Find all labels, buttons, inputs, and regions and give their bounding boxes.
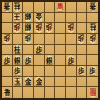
piece-kanji: 歩	[14, 67, 21, 76]
square-1a[interactable]: 香	[87, 2, 98, 13]
piece-gote-lance[interactable]: 香	[2, 2, 11, 12]
square-5g[interactable]	[45, 66, 56, 77]
square-1h[interactable]	[87, 77, 98, 88]
piece-kanji: 香	[3, 2, 10, 11]
piece-kanji: 歩	[25, 34, 32, 43]
square-9d[interactable]: 歩	[2, 34, 13, 45]
piece-kanji: 馬	[57, 3, 64, 12]
square-6d[interactable]	[34, 34, 45, 45]
piece-kanji: 歩	[25, 57, 32, 66]
square-7a[interactable]	[23, 2, 34, 13]
square-2g[interactable]: 歩	[77, 66, 88, 77]
piece-kanji: 歩	[14, 23, 21, 32]
square-9i[interactable]: 香	[2, 87, 13, 98]
square-2h[interactable]	[77, 77, 88, 88]
piece-kanji: 歩	[3, 57, 10, 66]
piece-sente-king[interactable]: 玉	[13, 76, 22, 86]
piece-sente-pawn[interactable]: 歩	[66, 55, 75, 65]
square-8d[interactable]	[13, 34, 24, 45]
piece-sente-silver[interactable]: 銀	[13, 55, 22, 65]
square-5f[interactable]: 銀	[45, 55, 56, 66]
piece-kanji: 玉	[14, 78, 21, 87]
piece-kanji: 桂	[89, 23, 96, 32]
square-4d[interactable]	[55, 34, 66, 45]
piece-sente-knight[interactable]: 桂	[13, 44, 22, 54]
piece-kanji: 金	[25, 78, 32, 87]
square-9c[interactable]	[2, 23, 13, 34]
piece-kanji: 歩	[89, 67, 96, 76]
piece-kanji: 歩	[46, 23, 53, 32]
piece-kanji: 歩	[67, 23, 74, 32]
square-8b[interactable]: 王	[13, 13, 24, 24]
square-5e[interactable]	[45, 45, 56, 56]
piece-gote-pawn[interactable]: 歩	[45, 23, 54, 33]
piece-gote-dragon[interactable]: 龍	[88, 88, 97, 98]
piece-sente-gold[interactable]: 金	[34, 76, 43, 86]
square-6c[interactable]: 歩	[34, 23, 45, 34]
piece-kanji: 銀	[14, 57, 21, 66]
piece-gote-silver[interactable]: 銀	[24, 12, 33, 22]
square-1c[interactable]: 桂	[87, 23, 98, 34]
shogi-board: 香桂馬香王銀金歩銀歩歩歩桂歩歩歩歩桂歩歩銀歩銀歩歩歩歩玉金金香龍	[0, 0, 100, 100]
square-7i[interactable]	[23, 87, 34, 98]
square-4i[interactable]	[55, 87, 66, 98]
square-9h[interactable]	[2, 77, 13, 88]
square-2f[interactable]	[77, 55, 88, 66]
square-3e[interactable]	[66, 45, 77, 56]
piece-kanji: 歩	[78, 34, 85, 43]
square-3d[interactable]	[66, 34, 77, 45]
square-9g[interactable]	[2, 66, 13, 77]
piece-sente-pawn[interactable]: 歩	[77, 66, 86, 76]
piece-gote-gold[interactable]: 金	[34, 12, 43, 22]
piece-sente-horse[interactable]: 馬	[56, 2, 65, 12]
piece-gote-silver[interactable]: 銀	[24, 23, 33, 33]
piece-kanji: 香	[89, 2, 96, 11]
square-2e[interactable]	[77, 45, 88, 56]
square-6b[interactable]: 金	[34, 13, 45, 24]
piece-sente-lance[interactable]: 香	[2, 88, 11, 98]
piece-kanji: 龍	[89, 88, 96, 97]
piece-gote-pawn[interactable]: 歩	[13, 23, 22, 33]
piece-kanji: 歩	[35, 23, 42, 32]
piece-kanji: 歩	[67, 57, 74, 66]
square-3c[interactable]: 歩	[66, 23, 77, 34]
piece-kanji: 王	[14, 12, 21, 21]
square-4f[interactable]	[55, 55, 66, 66]
piece-sente-pawn[interactable]: 歩	[13, 66, 22, 76]
piece-kanji: 銀	[46, 57, 53, 66]
square-6h[interactable]: 金	[34, 77, 45, 88]
square-9b[interactable]	[2, 13, 13, 24]
piece-sente-pawn[interactable]: 歩	[88, 66, 97, 76]
square-3f[interactable]: 歩	[66, 55, 77, 66]
square-8g[interactable]: 歩	[13, 66, 24, 77]
piece-kanji: 香	[3, 89, 10, 98]
square-1g[interactable]: 歩	[87, 66, 98, 77]
square-5i[interactable]	[45, 87, 56, 98]
square-7c[interactable]: 銀	[23, 23, 34, 34]
square-2d[interactable]: 歩	[77, 34, 88, 45]
square-6a[interactable]	[34, 2, 45, 13]
square-7g[interactable]	[23, 66, 34, 77]
piece-kanji: 歩	[78, 67, 85, 76]
piece-kanji: 金	[35, 12, 42, 21]
piece-kanji: 金	[35, 78, 42, 87]
square-3b[interactable]	[66, 13, 77, 24]
square-9e[interactable]	[2, 45, 13, 56]
piece-gote-knight[interactable]: 桂	[13, 2, 22, 12]
square-5h[interactable]	[45, 77, 56, 88]
piece-kanji: 歩	[35, 46, 42, 55]
piece-sente-pawn[interactable]: 歩	[2, 55, 11, 65]
square-3a[interactable]	[66, 2, 77, 13]
piece-sente-gold[interactable]: 金	[24, 76, 33, 86]
square-4g[interactable]	[55, 66, 66, 77]
piece-gote-pawn[interactable]: 歩	[77, 34, 86, 44]
piece-gote-knight[interactable]: 桂	[88, 23, 97, 33]
square-5a[interactable]	[45, 2, 56, 13]
square-8i[interactable]	[13, 87, 24, 98]
square-5d[interactable]	[45, 34, 56, 45]
piece-kanji: 銀	[25, 12, 32, 21]
square-8e[interactable]: 桂	[13, 45, 24, 56]
square-1b[interactable]	[87, 13, 98, 24]
square-1i[interactable]: 龍	[87, 87, 98, 98]
square-6g[interactable]	[34, 66, 45, 77]
piece-sente-silver[interactable]: 銀	[45, 55, 54, 65]
piece-sente-pawn[interactable]: 歩	[34, 44, 43, 54]
piece-kanji: 歩	[3, 34, 10, 43]
piece-kanji: 桂	[14, 2, 21, 11]
square-5c[interactable]: 歩	[45, 23, 56, 34]
square-8h[interactable]: 玉	[13, 77, 24, 88]
square-8c[interactable]: 歩	[13, 23, 24, 34]
square-4e[interactable]	[55, 45, 66, 56]
square-8a[interactable]: 桂	[13, 2, 24, 13]
square-1f[interactable]	[87, 55, 98, 66]
square-4b[interactable]	[55, 13, 66, 24]
square-8f[interactable]: 銀	[13, 55, 24, 66]
piece-kanji: 桂	[14, 46, 21, 55]
square-7h[interactable]: 金	[23, 77, 34, 88]
piece-kanji: 歩	[89, 34, 96, 43]
square-7d[interactable]: 歩	[23, 34, 34, 45]
piece-gote-lance[interactable]: 香	[88, 2, 97, 12]
square-3g[interactable]	[66, 66, 77, 77]
square-2b[interactable]	[77, 13, 88, 24]
piece-sente-pawn[interactable]: 歩	[24, 55, 33, 65]
square-2i[interactable]	[77, 87, 88, 98]
square-2a[interactable]	[77, 2, 88, 13]
square-6i[interactable]	[34, 87, 45, 98]
square-9f[interactable]: 歩	[2, 55, 13, 66]
square-7f[interactable]: 歩	[23, 55, 34, 66]
square-2c[interactable]	[77, 23, 88, 34]
square-7e[interactable]	[23, 45, 34, 56]
piece-gote-pawn[interactable]: 歩	[88, 34, 97, 44]
square-4h[interactable]	[55, 77, 66, 88]
square-6e[interactable]: 歩	[34, 45, 45, 56]
square-3h[interactable]	[66, 77, 77, 88]
square-6f[interactable]	[34, 55, 45, 66]
square-7b[interactable]: 銀	[23, 13, 34, 24]
square-4c[interactable]	[55, 23, 66, 34]
square-3i[interactable]	[66, 87, 77, 98]
piece-gote-pawn[interactable]: 歩	[24, 34, 33, 44]
piece-gote-pawn[interactable]: 歩	[66, 23, 75, 33]
piece-gote-pawn[interactable]: 歩	[2, 34, 11, 44]
square-1e[interactable]	[87, 45, 98, 56]
square-9a[interactable]: 香	[2, 2, 13, 13]
square-4a[interactable]: 馬	[55, 2, 66, 13]
square-5b[interactable]	[45, 13, 56, 24]
square-1d[interactable]: 歩	[87, 34, 98, 45]
piece-gote-king[interactable]: 王	[13, 12, 22, 22]
piece-kanji: 銀	[25, 23, 32, 32]
piece-gote-pawn[interactable]: 歩	[34, 23, 43, 33]
